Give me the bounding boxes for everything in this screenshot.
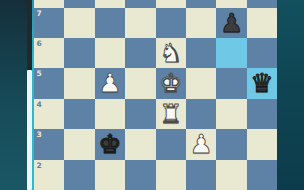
rank-label-4: 4 [37,100,42,109]
square-c5[interactable]: ♟ [95,68,125,98]
square-f7[interactable] [186,8,216,38]
square-g4[interactable] [216,99,246,129]
rank-label-7: 7 [37,9,42,18]
square-c8[interactable] [95,0,125,8]
white-pawn[interactable]: ♟ [186,129,216,159]
square-h8[interactable] [247,0,277,8]
rank-label-5: 5 [37,69,42,78]
square-b6[interactable] [64,38,94,68]
square-e7[interactable] [156,8,186,38]
square-g8[interactable] [216,0,246,8]
square-a7[interactable]: 7 [34,8,64,38]
square-e3[interactable] [156,129,186,159]
square-f5[interactable] [186,68,216,98]
chess-board[interactable]: 87♟6♞5♟♚♛4♜3♚♟21 [34,0,277,190]
square-h6[interactable] [247,38,277,68]
black-king[interactable]: ♚ [95,129,125,159]
square-d2[interactable] [125,160,155,190]
square-d6[interactable] [125,38,155,68]
white-rook[interactable]: ♜ [156,99,186,129]
square-e5[interactable]: ♚ [156,68,186,98]
square-e4[interactable]: ♜ [156,99,186,129]
square-g5[interactable] [216,68,246,98]
square-b7[interactable] [64,8,94,38]
square-b8[interactable] [64,0,94,8]
square-c3[interactable]: ♚ [95,129,125,159]
white-pawn[interactable]: ♟ [95,68,125,98]
square-e8[interactable] [156,0,186,8]
square-h7[interactable] [247,8,277,38]
square-b4[interactable] [64,99,94,129]
square-d3[interactable] [125,129,155,159]
square-c2[interactable] [95,160,125,190]
black-pawn[interactable]: ♟ [216,8,246,38]
square-a3[interactable]: 3 [34,129,64,159]
square-d7[interactable] [125,8,155,38]
square-c4[interactable] [95,99,125,129]
square-e6[interactable]: ♞ [156,38,186,68]
white-knight[interactable]: ♞ [156,38,186,68]
rank-label-2: 2 [37,161,42,170]
square-g7[interactable]: ♟ [216,8,246,38]
square-h5[interactable]: ♛ [247,68,277,98]
square-a2[interactable]: 2 [34,160,64,190]
rank-label-6: 6 [37,39,42,48]
square-f3[interactable]: ♟ [186,129,216,159]
square-a6[interactable]: 6 [34,38,64,68]
white-king[interactable]: ♚ [156,68,186,98]
square-f4[interactable] [186,99,216,129]
square-d5[interactable] [125,68,155,98]
square-a5[interactable]: 5 [34,68,64,98]
square-h3[interactable] [247,129,277,159]
square-b2[interactable] [64,160,94,190]
square-g3[interactable] [216,129,246,159]
square-e2[interactable] [156,160,186,190]
square-c7[interactable] [95,8,125,38]
square-f2[interactable] [186,160,216,190]
square-h4[interactable] [247,99,277,129]
square-h2[interactable] [247,160,277,190]
square-c6[interactable] [95,38,125,68]
square-d4[interactable] [125,99,155,129]
square-g6[interactable] [216,38,246,68]
square-g2[interactable] [216,160,246,190]
black-queen[interactable]: ♛ [247,68,277,98]
square-f6[interactable] [186,38,216,68]
square-d8[interactable] [125,0,155,8]
square-f8[interactable] [186,0,216,8]
square-b5[interactable] [64,68,94,98]
background-right [277,0,304,190]
square-a4[interactable]: 4 [34,99,64,129]
video-frame: 87♟6♞5♟♚♛4♜3♚♟21 [0,0,304,190]
square-b3[interactable] [64,129,94,159]
rank-label-3: 3 [37,130,42,139]
square-a8[interactable]: 8 [34,0,64,8]
